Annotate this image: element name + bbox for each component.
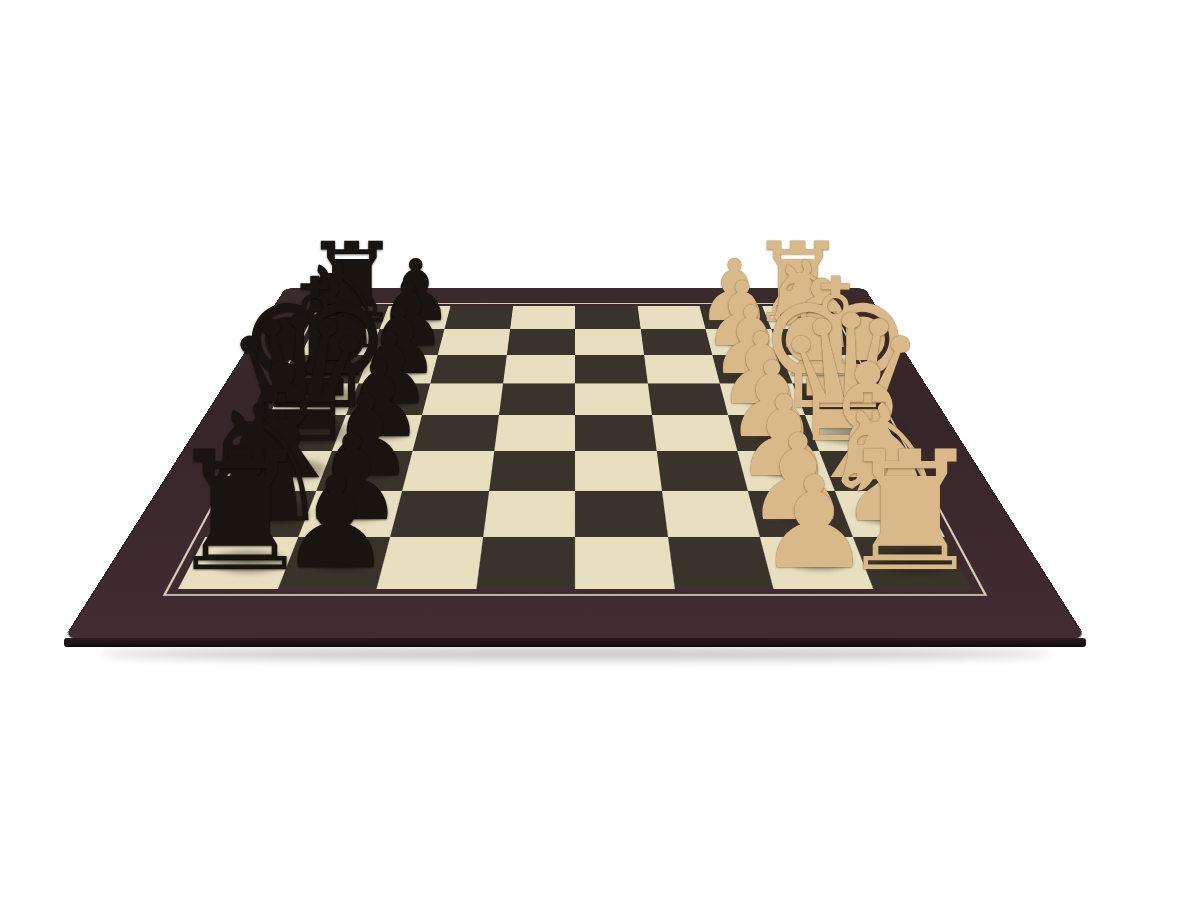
square-e4 bbox=[575, 383, 652, 415]
square-h1 bbox=[762, 306, 836, 329]
square-g4 bbox=[575, 329, 644, 355]
board-front-edge bbox=[64, 638, 1086, 647]
square-h2 bbox=[699, 306, 770, 329]
square-a3 bbox=[667, 536, 773, 589]
square-f6 bbox=[430, 355, 506, 383]
square-b7 bbox=[298, 491, 402, 537]
square-g8 bbox=[300, 329, 379, 355]
square-g6 bbox=[438, 329, 510, 355]
square-d5 bbox=[494, 415, 575, 451]
square-a7 bbox=[277, 536, 390, 589]
square-a4 bbox=[575, 536, 674, 589]
square-b5 bbox=[483, 491, 575, 537]
square-c8 bbox=[229, 451, 331, 491]
square-g7 bbox=[369, 329, 444, 355]
square-e6 bbox=[422, 383, 503, 415]
square-e8 bbox=[269, 383, 358, 415]
square-g3 bbox=[640, 329, 712, 355]
square-f5 bbox=[503, 355, 575, 383]
square-c6 bbox=[402, 451, 494, 491]
square-c7 bbox=[316, 451, 413, 491]
square-g5 bbox=[506, 329, 575, 355]
square-d8 bbox=[250, 415, 345, 451]
square-h3 bbox=[637, 306, 705, 329]
square-e7 bbox=[346, 383, 431, 415]
square-f7 bbox=[358, 355, 438, 383]
square-a6 bbox=[377, 536, 483, 589]
square-f2 bbox=[712, 355, 792, 383]
square-d6 bbox=[413, 415, 499, 451]
square-c1 bbox=[818, 451, 920, 491]
square-e5 bbox=[499, 383, 576, 415]
square-c5 bbox=[489, 451, 575, 491]
square-b3 bbox=[661, 491, 759, 537]
square-f4 bbox=[575, 355, 647, 383]
square-h4 bbox=[575, 306, 640, 329]
square-c3 bbox=[656, 451, 748, 491]
square-c2 bbox=[737, 451, 834, 491]
square-b4 bbox=[575, 491, 667, 537]
square-e3 bbox=[647, 383, 728, 415]
square-g2 bbox=[706, 329, 781, 355]
square-f3 bbox=[644, 355, 720, 383]
square-a1 bbox=[852, 536, 972, 589]
position-caption: rnbqkbnr/pppppppp/8/8/8/8/PPPPPPPP/RNBQK… bbox=[0, 0, 1, 1]
square-f8 bbox=[286, 355, 370, 383]
square-b1 bbox=[834, 491, 944, 537]
board-scene bbox=[205, 45, 945, 785]
square-e2 bbox=[720, 383, 805, 415]
square-d4 bbox=[575, 415, 656, 451]
square-h7 bbox=[379, 306, 450, 329]
square-d7 bbox=[332, 415, 422, 451]
square-a5 bbox=[476, 536, 575, 589]
square-e1 bbox=[792, 383, 881, 415]
square-d1 bbox=[805, 415, 900, 451]
board-shadow bbox=[100, 648, 1050, 660]
square-h6 bbox=[444, 306, 512, 329]
square-d2 bbox=[728, 415, 818, 451]
square-b6 bbox=[390, 491, 488, 537]
square-g1 bbox=[771, 329, 850, 355]
square-c4 bbox=[575, 451, 661, 491]
chess-set-photo: ♜♟♟♜♞♟♟♞♝♟♟♝♚♟♟♚♛♟♟♛♝♟♟♝♞♟♟♞♜♟♟♜ rnbqkbn… bbox=[0, 0, 1200, 900]
playing-area bbox=[178, 306, 972, 589]
chess-board bbox=[63, 288, 1087, 639]
square-f1 bbox=[781, 355, 865, 383]
square-h5 bbox=[510, 306, 575, 329]
square-h8 bbox=[314, 306, 388, 329]
square-d3 bbox=[652, 415, 738, 451]
